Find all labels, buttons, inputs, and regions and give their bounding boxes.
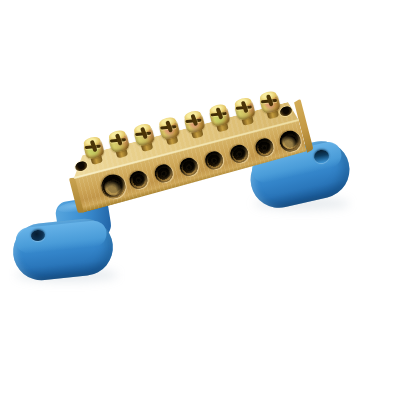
product-photo [0, 0, 400, 400]
